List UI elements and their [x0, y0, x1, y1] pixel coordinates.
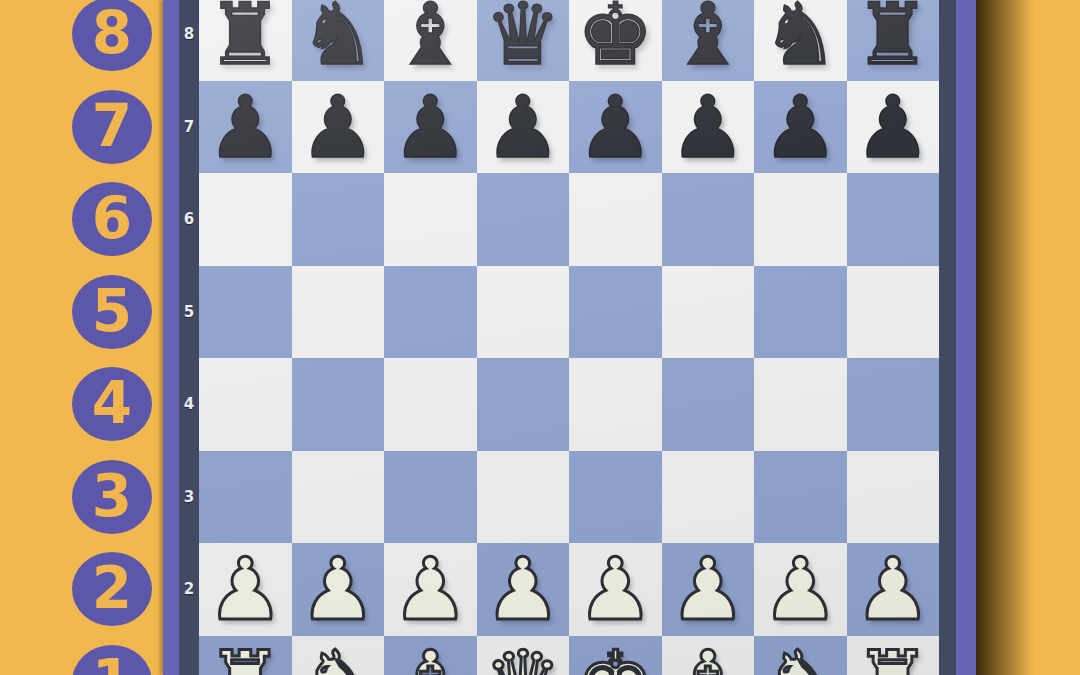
square-e5[interactable] [569, 266, 662, 359]
rank-circle-number: 3 [92, 467, 132, 525]
board-rank-label-3: 3 [179, 489, 199, 505]
square-d5[interactable] [477, 266, 570, 359]
square-a7[interactable]: ♟ [199, 81, 292, 174]
square-e2[interactable]: ♟ [569, 543, 662, 636]
square-c8[interactable]: ♝ [384, 0, 477, 81]
piece-white-bishop[interactable]: ♝ [392, 636, 469, 675]
rank-circle-number: 5 [92, 282, 132, 340]
board-frame-left [179, 0, 199, 675]
piece-white-pawn[interactable]: ♟ [762, 543, 839, 636]
square-c6[interactable] [384, 173, 477, 266]
board-rank-label-7: 7 [179, 119, 199, 135]
piece-black-pawn[interactable]: ♟ [484, 81, 561, 174]
square-e4[interactable] [569, 358, 662, 451]
square-f8[interactable]: ♝ [662, 0, 755, 81]
rank-circle-number: 1 [92, 652, 132, 675]
square-b6[interactable] [292, 173, 385, 266]
rank-circle-number: 2 [92, 559, 132, 617]
piece-white-pawn[interactable]: ♟ [299, 543, 376, 636]
square-b2[interactable]: ♟ [292, 543, 385, 636]
page: 87654321 87654321 ♜♞♝♛♚♝♞♜♟♟♟♟♟♟♟♟♟♟♟♟♟♟… [0, 0, 1080, 675]
piece-white-pawn[interactable]: ♟ [207, 543, 284, 636]
square-a2[interactable]: ♟ [199, 543, 292, 636]
square-g5[interactable] [754, 266, 847, 359]
square-d7[interactable]: ♟ [477, 81, 570, 174]
rank-circle-1: 1 [72, 645, 152, 675]
piece-black-pawn[interactable]: ♟ [762, 81, 839, 174]
square-f5[interactable] [662, 266, 755, 359]
piece-black-pawn[interactable]: ♟ [577, 81, 654, 174]
board-rank-label-4: 4 [179, 396, 199, 412]
square-b8[interactable]: ♞ [292, 0, 385, 81]
board-rank-label-8: 8 [179, 26, 199, 42]
board-rank-label-5: 5 [179, 304, 199, 320]
piece-black-queen[interactable]: ♛ [484, 0, 561, 81]
square-c7[interactable]: ♟ [384, 81, 477, 174]
square-f6[interactable] [662, 173, 755, 266]
rank-circle-number: 8 [92, 4, 132, 62]
rank-circle-2: 2 [72, 552, 152, 626]
square-e3[interactable] [569, 451, 662, 544]
square-d4[interactable] [477, 358, 570, 451]
piece-black-bishop[interactable]: ♝ [669, 0, 746, 81]
piece-white-bishop[interactable]: ♝ [669, 636, 746, 675]
rank-circle-6: 6 [72, 182, 152, 256]
square-g3[interactable] [754, 451, 847, 544]
rank-circle-4: 4 [72, 367, 152, 441]
piece-black-bishop[interactable]: ♝ [392, 0, 469, 81]
square-h3[interactable] [847, 451, 940, 544]
square-g6[interactable] [754, 173, 847, 266]
square-h5[interactable] [847, 266, 940, 359]
piece-black-pawn[interactable]: ♟ [669, 81, 746, 174]
rank-circle-7: 7 [72, 90, 152, 164]
square-b3[interactable] [292, 451, 385, 544]
square-h1[interactable]: ♜ [847, 636, 940, 675]
board-frame-stripe-left [163, 0, 179, 675]
square-a6[interactable] [199, 173, 292, 266]
square-f3[interactable] [662, 451, 755, 544]
square-c1[interactable]: ♝ [384, 636, 477, 675]
board-frame-right [939, 0, 956, 675]
board-frame-stripe-right [956, 0, 976, 675]
piece-white-pawn[interactable]: ♟ [577, 543, 654, 636]
square-d8[interactable]: ♛ [477, 0, 570, 81]
rank-circle-3: 3 [72, 460, 152, 534]
square-h2[interactable]: ♟ [847, 543, 940, 636]
piece-white-rook[interactable]: ♜ [854, 636, 931, 675]
square-f7[interactable]: ♟ [662, 81, 755, 174]
piece-black-pawn[interactable]: ♟ [854, 81, 931, 174]
square-g1[interactable]: ♞ [754, 636, 847, 675]
square-a1[interactable]: ♜ [199, 636, 292, 675]
square-b7[interactable]: ♟ [292, 81, 385, 174]
square-g7[interactable]: ♟ [754, 81, 847, 174]
rank-circle-5: 5 [72, 275, 152, 349]
square-c5[interactable] [384, 266, 477, 359]
square-h6[interactable] [847, 173, 940, 266]
board-rank-label-2: 2 [179, 581, 199, 597]
square-f4[interactable] [662, 358, 755, 451]
square-a3[interactable] [199, 451, 292, 544]
piece-white-queen[interactable]: ♛ [484, 636, 561, 675]
square-e1[interactable]: ♚ [569, 636, 662, 675]
rank-circle-number: 6 [92, 189, 132, 247]
square-h8[interactable]: ♜ [847, 0, 940, 81]
square-f2[interactable]: ♟ [662, 543, 755, 636]
square-e6[interactable] [569, 173, 662, 266]
square-c4[interactable] [384, 358, 477, 451]
square-h7[interactable]: ♟ [847, 81, 940, 174]
square-d6[interactable] [477, 173, 570, 266]
square-h4[interactable] [847, 358, 940, 451]
square-e8[interactable]: ♚ [569, 0, 662, 81]
piece-black-pawn[interactable]: ♟ [299, 81, 376, 174]
square-a4[interactable] [199, 358, 292, 451]
square-d1[interactable]: ♛ [477, 636, 570, 675]
piece-black-rook[interactable]: ♜ [854, 0, 931, 81]
piece-black-knight[interactable]: ♞ [299, 0, 376, 81]
rank-circle-number: 4 [92, 374, 132, 432]
piece-white-pawn[interactable]: ♟ [854, 543, 931, 636]
piece-white-knight[interactable]: ♞ [299, 636, 376, 675]
piece-white-knight[interactable]: ♞ [762, 636, 839, 675]
piece-white-pawn[interactable]: ♟ [392, 543, 469, 636]
chess-board[interactable]: ♜♞♝♛♚♝♞♜♟♟♟♟♟♟♟♟♟♟♟♟♟♟♟♟♜♞♝♛♚♝♞♜ [199, 0, 939, 675]
piece-white-pawn[interactable]: ♟ [669, 543, 746, 636]
square-g2[interactable]: ♟ [754, 543, 847, 636]
piece-black-pawn[interactable]: ♟ [392, 81, 469, 174]
square-b5[interactable] [292, 266, 385, 359]
square-g8[interactable]: ♞ [754, 0, 847, 81]
board-drop-shadow [976, 0, 1034, 675]
square-a8[interactable]: ♜ [199, 0, 292, 81]
board-rank-label-6: 6 [179, 211, 199, 227]
square-b4[interactable] [292, 358, 385, 451]
square-g4[interactable] [754, 358, 847, 451]
square-c3[interactable] [384, 451, 477, 544]
rank-circle-8: 8 [72, 0, 152, 71]
square-c2[interactable]: ♟ [384, 543, 477, 636]
piece-white-rook[interactable]: ♜ [207, 636, 284, 675]
square-d2[interactable]: ♟ [477, 543, 570, 636]
piece-black-king[interactable]: ♚ [577, 0, 654, 81]
piece-white-king[interactable]: ♚ [577, 636, 654, 675]
square-d3[interactable] [477, 451, 570, 544]
rank-circle-number: 7 [92, 97, 132, 155]
square-a5[interactable] [199, 266, 292, 359]
square-b1[interactable]: ♞ [292, 636, 385, 675]
piece-black-knight[interactable]: ♞ [762, 0, 839, 81]
piece-black-pawn[interactable]: ♟ [207, 81, 284, 174]
square-e7[interactable]: ♟ [569, 81, 662, 174]
square-f1[interactable]: ♝ [662, 636, 755, 675]
piece-white-pawn[interactable]: ♟ [484, 543, 561, 636]
piece-black-rook[interactable]: ♜ [207, 0, 284, 81]
